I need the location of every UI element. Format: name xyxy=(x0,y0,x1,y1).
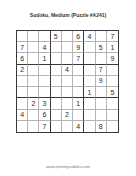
cell-r1c9: 7 xyxy=(107,31,118,42)
cell-r1c1[interactable] xyxy=(17,31,28,42)
cell-r9c8: 8 xyxy=(96,121,107,132)
cell-r8c7[interactable] xyxy=(84,110,95,121)
cell-r5c7[interactable] xyxy=(84,76,95,87)
cell-r6c9: 5 xyxy=(107,87,118,98)
cell-r7c1[interactable] xyxy=(17,98,28,109)
cell-r8c5: 2 xyxy=(62,110,73,121)
cell-r5c8: 9 xyxy=(96,76,107,87)
cell-r9c4[interactable] xyxy=(51,121,62,132)
cell-r8c8[interactable] xyxy=(96,110,107,121)
cell-r2c1: 7 xyxy=(17,42,28,53)
cell-r3c5[interactable] xyxy=(62,53,73,64)
cell-r5c2[interactable] xyxy=(28,76,39,87)
cell-r6c5[interactable] xyxy=(62,87,73,98)
cell-r1c5[interactable] xyxy=(62,31,73,42)
cell-r7c8[interactable] xyxy=(96,98,107,109)
cell-r1c2[interactable] xyxy=(28,31,39,42)
cell-r3c3: 1 xyxy=(39,53,50,64)
page-title: Sudoku, Medium (Puzzle #A241) xyxy=(0,12,136,18)
cell-r4c5: 4 xyxy=(62,65,73,76)
footer-url: www.printmysudoku.com xyxy=(0,164,136,169)
cell-r4c1: 2 xyxy=(17,65,28,76)
cell-r2c9: 1 xyxy=(107,42,118,53)
cell-r7c9[interactable] xyxy=(107,98,118,109)
cell-r7c3: 3 xyxy=(39,98,50,109)
cell-r9c1[interactable] xyxy=(17,121,28,132)
cell-r3c4[interactable] xyxy=(51,53,62,64)
cell-r1c6: 6 xyxy=(73,31,84,42)
sudoku-page: Sudoku, Medium (Puzzle #A241) 5647749516… xyxy=(0,0,136,176)
cell-r8c9[interactable] xyxy=(107,110,118,121)
cell-r2c5[interactable] xyxy=(62,42,73,53)
cell-r3c1: 6 xyxy=(17,53,28,64)
cell-r5c5[interactable] xyxy=(62,76,73,87)
cell-r9c2[interactable] xyxy=(28,121,39,132)
cell-r8c4[interactable] xyxy=(51,110,62,121)
cell-r5c1[interactable] xyxy=(17,76,28,87)
cell-r6c6[interactable] xyxy=(73,87,84,98)
cell-r7c4[interactable] xyxy=(51,98,62,109)
cell-r7c5[interactable] xyxy=(62,98,73,109)
cell-r4c7[interactable] xyxy=(84,65,95,76)
cell-r6c1[interactable] xyxy=(17,87,28,98)
cell-r3c2[interactable] xyxy=(28,53,39,64)
cell-r5c3[interactable] xyxy=(39,76,50,87)
cell-r6c3[interactable] xyxy=(39,87,50,98)
cell-r5c9[interactable] xyxy=(107,76,118,87)
cell-r9c7[interactable] xyxy=(84,121,95,132)
cell-r4c4[interactable] xyxy=(51,65,62,76)
cell-r2c7[interactable] xyxy=(84,42,95,53)
cell-r4c2[interactable] xyxy=(28,65,39,76)
cell-r2c2[interactable] xyxy=(28,42,39,53)
cell-r2c8: 5 xyxy=(96,42,107,53)
cell-r2c3: 4 xyxy=(39,42,50,53)
cell-r7c7[interactable] xyxy=(84,98,95,109)
cell-r4c6[interactable] xyxy=(73,65,84,76)
sudoku-board: 5647749516179247915231462748 xyxy=(16,30,119,133)
cell-r7c2: 2 xyxy=(28,98,39,109)
cell-r9c3: 7 xyxy=(39,121,50,132)
cell-r5c6[interactable] xyxy=(73,76,84,87)
cell-r1c4: 5 xyxy=(51,31,62,42)
cell-r6c4[interactable] xyxy=(51,87,62,98)
cell-r4c3[interactable] xyxy=(39,65,50,76)
cell-r4c9[interactable] xyxy=(107,65,118,76)
cell-r1c3[interactable] xyxy=(39,31,50,42)
cell-r4c8: 7 xyxy=(96,65,107,76)
cell-r9c6: 4 xyxy=(73,121,84,132)
cell-r7c6: 1 xyxy=(73,98,84,109)
cell-r5c4[interactable] xyxy=(51,76,62,87)
cell-r9c5[interactable] xyxy=(62,121,73,132)
cell-r2c6: 9 xyxy=(73,42,84,53)
cell-r6c2[interactable] xyxy=(28,87,39,98)
cell-r8c1: 4 xyxy=(17,110,28,121)
cell-r8c2[interactable] xyxy=(28,110,39,121)
cell-r8c6[interactable] xyxy=(73,110,84,121)
cell-r1c7: 4 xyxy=(84,31,95,42)
cell-r8c3: 6 xyxy=(39,110,50,121)
cell-r3c9: 9 xyxy=(107,53,118,64)
cell-r1c8[interactable] xyxy=(96,31,107,42)
cell-r3c7[interactable] xyxy=(84,53,95,64)
cell-r2c4[interactable] xyxy=(51,42,62,53)
cell-r6c7: 1 xyxy=(84,87,95,98)
cell-r6c8[interactable] xyxy=(96,87,107,98)
cell-r9c9[interactable] xyxy=(107,121,118,132)
cell-r3c8[interactable] xyxy=(96,53,107,64)
cell-r3c6: 7 xyxy=(73,53,84,64)
